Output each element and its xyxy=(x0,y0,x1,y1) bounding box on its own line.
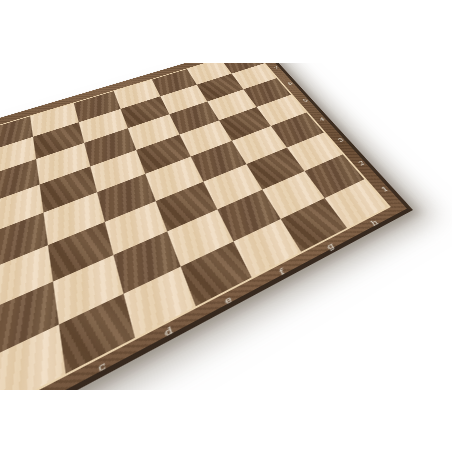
playing-field xyxy=(0,63,391,390)
page-background: abcdefgh12345678 xyxy=(0,0,452,452)
board-photo: abcdefgh12345678 xyxy=(0,63,452,390)
chessboard: abcdefgh12345678 xyxy=(0,63,413,390)
